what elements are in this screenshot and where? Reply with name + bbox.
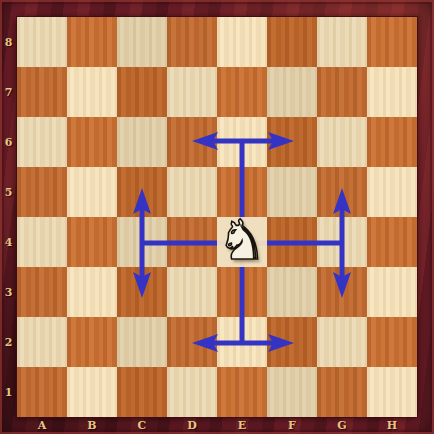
file-label-f: F	[267, 417, 317, 434]
square-g5[interactable]	[317, 167, 367, 217]
square-a5[interactable]	[17, 167, 67, 217]
square-d1[interactable]	[167, 367, 217, 417]
rank-label-2: 2	[0, 317, 17, 367]
square-f3[interactable]	[267, 267, 317, 317]
square-h4[interactable]	[367, 217, 417, 267]
square-d6[interactable]	[167, 117, 217, 167]
file-label-h: H	[367, 417, 417, 434]
square-c7[interactable]	[117, 67, 167, 117]
square-b7[interactable]	[67, 67, 117, 117]
square-c3[interactable]	[117, 267, 167, 317]
square-b4[interactable]	[67, 217, 117, 267]
square-d7[interactable]	[167, 67, 217, 117]
square-h1[interactable]	[367, 367, 417, 417]
rank-label-6: 6	[0, 117, 17, 167]
square-c1[interactable]	[117, 367, 167, 417]
square-g8[interactable]	[317, 17, 367, 67]
square-g4[interactable]	[317, 217, 367, 267]
square-h7[interactable]	[367, 67, 417, 117]
square-f8[interactable]	[267, 17, 317, 67]
square-c2[interactable]	[117, 317, 167, 367]
square-g6[interactable]	[317, 117, 367, 167]
white-knight-glyph: ♞	[217, 215, 266, 265]
square-e3[interactable]	[217, 267, 267, 317]
square-b2[interactable]	[67, 317, 117, 367]
square-h5[interactable]	[367, 167, 417, 217]
rank-labels: 87654321	[0, 17, 17, 417]
rank-label-7: 7	[0, 67, 17, 117]
rank-label-1: 1	[0, 367, 17, 417]
square-g2[interactable]	[317, 317, 367, 367]
square-c8[interactable]	[117, 17, 167, 67]
square-g7[interactable]	[317, 67, 367, 117]
square-a8[interactable]	[17, 17, 67, 67]
square-f4[interactable]	[267, 217, 317, 267]
square-g3[interactable]	[317, 267, 367, 317]
file-label-c: C	[117, 417, 167, 434]
square-h6[interactable]	[367, 117, 417, 167]
square-f2[interactable]	[267, 317, 317, 367]
square-e8[interactable]	[217, 17, 267, 67]
square-g1[interactable]	[317, 367, 367, 417]
square-f5[interactable]	[267, 167, 317, 217]
square-b1[interactable]	[67, 367, 117, 417]
rank-label-8: 8	[0, 17, 17, 67]
square-e6[interactable]	[217, 117, 267, 167]
file-labels: ABCDEFGH	[17, 417, 417, 434]
square-e1[interactable]	[217, 367, 267, 417]
square-a7[interactable]	[17, 67, 67, 117]
square-b8[interactable]	[67, 17, 117, 67]
square-d2[interactable]	[167, 317, 217, 367]
file-label-e: E	[217, 417, 267, 434]
square-d4[interactable]	[167, 217, 217, 267]
rank-label-4: 4	[0, 217, 17, 267]
square-c5[interactable]	[117, 167, 167, 217]
square-h8[interactable]	[367, 17, 417, 67]
file-label-g: G	[317, 417, 367, 434]
rank-label-5: 5	[0, 167, 17, 217]
square-b3[interactable]	[67, 267, 117, 317]
file-label-b: B	[67, 417, 117, 434]
square-a6[interactable]	[17, 117, 67, 167]
square-b5[interactable]	[67, 167, 117, 217]
file-label-d: D	[167, 417, 217, 434]
square-h2[interactable]	[367, 317, 417, 367]
square-d3[interactable]	[167, 267, 217, 317]
square-b6[interactable]	[67, 117, 117, 167]
square-c6[interactable]	[117, 117, 167, 167]
square-h3[interactable]	[367, 267, 417, 317]
square-c4[interactable]	[117, 217, 167, 267]
square-f1[interactable]	[267, 367, 317, 417]
square-e7[interactable]	[217, 67, 267, 117]
square-a1[interactable]	[17, 367, 67, 417]
square-a4[interactable]	[17, 217, 67, 267]
square-e2[interactable]	[217, 317, 267, 367]
rank-label-3: 3	[0, 267, 17, 317]
square-a2[interactable]	[17, 317, 67, 367]
chess-diagram: { "game": "chess", "diagram": "knight-mo…	[0, 0, 434, 434]
square-d8[interactable]	[167, 17, 217, 67]
square-f7[interactable]	[267, 67, 317, 117]
file-label-a: A	[17, 417, 67, 434]
white-knight[interactable]: ♞	[217, 217, 267, 267]
square-d5[interactable]	[167, 167, 217, 217]
square-a3[interactable]	[17, 267, 67, 317]
square-f6[interactable]	[267, 117, 317, 167]
